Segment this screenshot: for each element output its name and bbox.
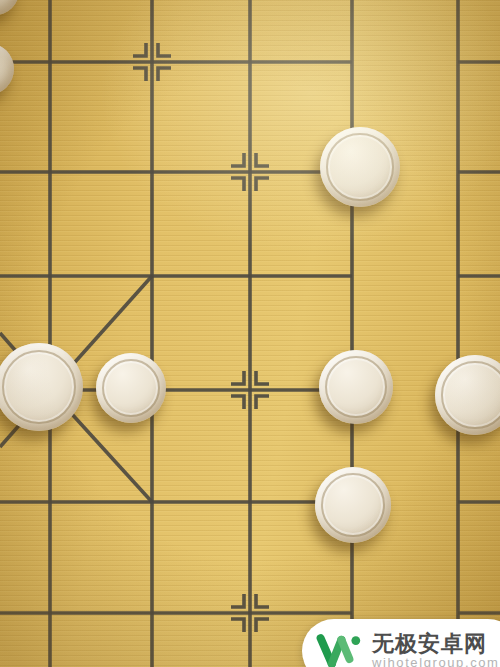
- watermark-badge: 无极安卓网 wjhotelgroup.com: [302, 619, 500, 667]
- piece-character-jiang: [5, 353, 74, 422]
- river-character-jie: [381, 226, 443, 288]
- piece-red-chariot[interactable]: [319, 350, 393, 424]
- piece-character-ju: [329, 360, 382, 413]
- wuji-logo-icon: [315, 632, 363, 667]
- piece-character-zu: [441, 361, 500, 429]
- piece-black-soldier[interactable]: [315, 467, 391, 543]
- watermark-domain: wjhotelgroup.com: [372, 655, 500, 667]
- piece-black-soldier[interactable]: [96, 353, 166, 423]
- xiangqi-board-photo: 无极安卓网 wjhotelgroup.com: [0, 0, 500, 667]
- piece-black-soldier[interactable]: [320, 127, 400, 207]
- river-character-han: [381, 51, 439, 109]
- river-character-he: [386, 469, 448, 531]
- watermark-text: 无极安卓网 wjhotelgroup.com: [372, 632, 500, 667]
- piece-character-zu: [104, 361, 159, 416]
- watermark-site-name: 无极安卓网: [372, 632, 500, 655]
